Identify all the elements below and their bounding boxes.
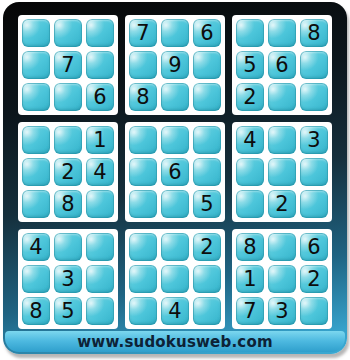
- cell-r3c2[interactable]: [54, 83, 82, 111]
- cell-r4c8[interactable]: [268, 126, 296, 154]
- cell-r6c9[interactable]: [300, 190, 328, 218]
- cell-r4c3[interactable]: 1: [86, 126, 114, 154]
- cell-r3c6[interactable]: [193, 83, 221, 111]
- cell-r5c9[interactable]: [300, 158, 328, 186]
- cell-r9c3[interactable]: [86, 297, 114, 325]
- box-0-2: 8562: [232, 15, 332, 115]
- cell-r7c5[interactable]: [161, 233, 189, 261]
- cell-r7c2[interactable]: [54, 233, 82, 261]
- cell-r8c9[interactable]: 2: [300, 265, 328, 293]
- cell-r5c2[interactable]: 2: [54, 158, 82, 186]
- cell-r9c5[interactable]: 4: [161, 297, 189, 325]
- cell-r4c5[interactable]: [161, 126, 189, 154]
- cell-r5c5[interactable]: 6: [161, 158, 189, 186]
- cell-r6c7[interactable]: [236, 190, 264, 218]
- cell-r1c4[interactable]: 7: [129, 19, 157, 47]
- cell-r7c4[interactable]: [129, 233, 157, 261]
- cell-r5c1[interactable]: [22, 158, 50, 186]
- cell-r2c9[interactable]: [300, 51, 328, 79]
- cell-r2c3[interactable]: [86, 51, 114, 79]
- cell-r3c3[interactable]: 6: [86, 83, 114, 111]
- cell-r8c8[interactable]: [268, 265, 296, 293]
- cell-r4c9[interactable]: 3: [300, 126, 328, 154]
- cell-r8c4[interactable]: [129, 265, 157, 293]
- box-0-0: 76: [18, 15, 118, 115]
- cell-r9c8[interactable]: 3: [268, 297, 296, 325]
- cell-r4c4[interactable]: [129, 126, 157, 154]
- cell-r9c6[interactable]: [193, 297, 221, 325]
- cell-r1c3[interactable]: [86, 19, 114, 47]
- box-1-1: 65: [125, 122, 225, 222]
- cell-r5c8[interactable]: [268, 158, 296, 186]
- cell-r7c1[interactable]: 4: [22, 233, 50, 261]
- site-url: www.sudokusweb.com: [77, 333, 272, 351]
- box-1-0: 1248: [18, 122, 118, 222]
- box-1-2: 432: [232, 122, 332, 222]
- cell-r8c2[interactable]: 3: [54, 265, 82, 293]
- cell-r4c7[interactable]: 4: [236, 126, 264, 154]
- cell-r1c7[interactable]: [236, 19, 264, 47]
- cell-r3c5[interactable]: [161, 83, 189, 111]
- cell-r6c5[interactable]: [161, 190, 189, 218]
- cell-r6c3[interactable]: [86, 190, 114, 218]
- cell-r2c6[interactable]: [193, 51, 221, 79]
- cell-r3c4[interactable]: 8: [129, 83, 157, 111]
- cell-r5c4[interactable]: [129, 158, 157, 186]
- cell-r4c6[interactable]: [193, 126, 221, 154]
- cell-r1c9[interactable]: 8: [300, 19, 328, 47]
- cell-r9c1[interactable]: 8: [22, 297, 50, 325]
- cell-r5c6[interactable]: [193, 158, 221, 186]
- cell-r2c2[interactable]: 7: [54, 51, 82, 79]
- cell-r6c8[interactable]: 2: [268, 190, 296, 218]
- cell-r8c3[interactable]: [86, 265, 114, 293]
- cell-r7c3[interactable]: [86, 233, 114, 261]
- cell-r5c3[interactable]: 4: [86, 158, 114, 186]
- cell-r2c7[interactable]: 5: [236, 51, 264, 79]
- cell-r1c1[interactable]: [22, 19, 50, 47]
- cell-r1c6[interactable]: 6: [193, 19, 221, 47]
- box-2-2: 861273: [232, 229, 332, 329]
- box-2-0: 4385: [18, 229, 118, 329]
- cell-r7c6[interactable]: 2: [193, 233, 221, 261]
- cell-r2c1[interactable]: [22, 51, 50, 79]
- cell-r8c6[interactable]: [193, 265, 221, 293]
- cell-r4c2[interactable]: [54, 126, 82, 154]
- cell-r7c8[interactable]: [268, 233, 296, 261]
- cell-r8c7[interactable]: 1: [236, 265, 264, 293]
- cell-r9c4[interactable]: [129, 297, 157, 325]
- cell-r2c5[interactable]: 9: [161, 51, 189, 79]
- board-frame: 7676988562124865432438524861273 www.sudo…: [3, 2, 347, 354]
- cell-r1c2[interactable]: [54, 19, 82, 47]
- cell-r7c9[interactable]: 6: [300, 233, 328, 261]
- cell-r8c1[interactable]: [22, 265, 50, 293]
- cell-r3c7[interactable]: 2: [236, 83, 264, 111]
- sudoku-board: 7676988562124865432438524861273: [18, 15, 332, 329]
- cell-r9c2[interactable]: 5: [54, 297, 82, 325]
- cell-r1c5[interactable]: [161, 19, 189, 47]
- box-0-1: 7698: [125, 15, 225, 115]
- cell-r9c9[interactable]: [300, 297, 328, 325]
- cell-r1c8[interactable]: [268, 19, 296, 47]
- cell-r2c8[interactable]: 6: [268, 51, 296, 79]
- cell-r3c8[interactable]: [268, 83, 296, 111]
- cell-r6c4[interactable]: [129, 190, 157, 218]
- cell-r7c7[interactable]: 8: [236, 233, 264, 261]
- cell-r4c1[interactable]: [22, 126, 50, 154]
- cell-r6c2[interactable]: 8: [54, 190, 82, 218]
- cell-r2c4[interactable]: [129, 51, 157, 79]
- cell-r6c1[interactable]: [22, 190, 50, 218]
- box-2-1: 24: [125, 229, 225, 329]
- cell-r9c7[interactable]: 7: [236, 297, 264, 325]
- footer-bar: www.sudokusweb.com: [5, 331, 345, 352]
- cell-r6c6[interactable]: 5: [193, 190, 221, 218]
- cell-r3c9[interactable]: [300, 83, 328, 111]
- cell-r8c5[interactable]: [161, 265, 189, 293]
- cell-r3c1[interactable]: [22, 83, 50, 111]
- cell-r5c7[interactable]: [236, 158, 264, 186]
